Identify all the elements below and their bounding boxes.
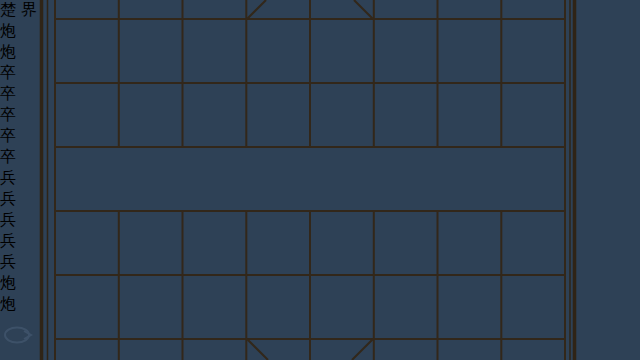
- swipe-arrow-decoration: [0, 315, 36, 355]
- screenshot-stage: 楚 界 炮炮卒卒卒卒卒兵兵兵兵兵炮炮 窝心炮: [0, 0, 640, 360]
- xiangqi-board[interactable]: [10, 0, 604, 360]
- board-grid: [10, 0, 604, 360]
